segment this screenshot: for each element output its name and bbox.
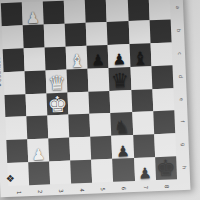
file-label: g bbox=[172, 143, 195, 147]
white-bishop: ♝ bbox=[69, 51, 86, 69]
square-e7 bbox=[131, 89, 153, 113]
square-a6 bbox=[106, 0, 128, 22]
square-d4 bbox=[67, 68, 89, 92]
square-d1 bbox=[4, 71, 26, 95]
square-c7: ♝ bbox=[129, 43, 151, 67]
square-a8 bbox=[148, 0, 170, 20]
square-g2: ♟ bbox=[27, 139, 49, 163]
square-g6: ♟ bbox=[112, 135, 134, 159]
square-b5 bbox=[86, 22, 108, 46]
black-pawn: ♟ bbox=[112, 53, 126, 68]
square-f1 bbox=[5, 117, 27, 141]
file-label: e bbox=[170, 97, 193, 101]
square-e5 bbox=[89, 90, 111, 114]
rank-label: 3 bbox=[58, 180, 65, 200]
file-label: d bbox=[169, 74, 192, 78]
square-c2 bbox=[24, 47, 46, 71]
square-g4 bbox=[70, 137, 92, 161]
square-e3: ♚ bbox=[47, 92, 69, 116]
white-king: ♚ bbox=[47, 94, 68, 116]
bottom-rank-labels: 12345678 bbox=[8, 183, 177, 196]
square-b3 bbox=[44, 24, 66, 48]
square-c4: ♝ bbox=[66, 46, 88, 70]
rank-label: 4 bbox=[79, 179, 86, 200]
white-queen: ♛ bbox=[47, 73, 66, 93]
square-d5 bbox=[88, 68, 110, 92]
black-knight: ♞ bbox=[114, 118, 131, 136]
chessboard-photo: ❖USCHESS ab ♟♝♟♟♝♛♛♚♞♟♟♟♚ 12345678 abcde… bbox=[0, 0, 200, 200]
file-label: c bbox=[168, 51, 191, 55]
square-c6: ♟ bbox=[108, 44, 130, 68]
right-file-labels: abcdefgh bbox=[176, 0, 187, 179]
square-c1 bbox=[3, 48, 25, 72]
square-g3 bbox=[48, 138, 70, 162]
us-chess-logo-icon: ❖ bbox=[6, 173, 15, 184]
black-pawn: ♟ bbox=[116, 144, 130, 159]
square-a7 bbox=[127, 0, 149, 21]
square-d2 bbox=[25, 70, 47, 94]
square-f6: ♞ bbox=[111, 112, 133, 136]
square-f7 bbox=[132, 112, 154, 136]
square-f2 bbox=[27, 116, 49, 140]
square-b2 bbox=[23, 24, 45, 48]
white-pawn: ♟ bbox=[32, 148, 46, 163]
square-e2 bbox=[26, 93, 48, 117]
black-pawn: ♟ bbox=[91, 53, 105, 68]
black-queen: ♛ bbox=[111, 71, 130, 91]
white-pawn: ♟ bbox=[26, 10, 40, 25]
square-a4 bbox=[64, 0, 86, 24]
square-f4 bbox=[69, 114, 91, 138]
file-label: f bbox=[171, 120, 194, 124]
us-chess-mini-logo-icon: ❖ bbox=[0, 82, 2, 88]
square-d7 bbox=[130, 66, 152, 90]
square-a5 bbox=[85, 0, 107, 23]
square-e4 bbox=[68, 91, 90, 115]
square-c5: ♟ bbox=[87, 45, 109, 69]
us-chess-brand-text: USCHESS bbox=[0, 56, 1, 82]
file-label: a bbox=[167, 5, 190, 9]
file-label: h bbox=[173, 165, 196, 169]
square-a3 bbox=[43, 1, 65, 25]
square-f3 bbox=[48, 115, 70, 139]
square-a2: ♟ bbox=[22, 2, 44, 26]
chess-board: ❖USCHESS ab ♟♝♟♟♝♛♛♚♞♟♟♟♚ 12345678 abcde… bbox=[0, 0, 190, 197]
square-b7 bbox=[128, 20, 150, 44]
square-g7 bbox=[133, 135, 155, 159]
square-e1 bbox=[5, 94, 27, 118]
file-label: b bbox=[167, 28, 190, 32]
rank-label: 2 bbox=[37, 181, 44, 200]
square-d6: ♛ bbox=[109, 67, 131, 91]
rank-label: 8 bbox=[163, 176, 170, 197]
square-g1 bbox=[6, 140, 28, 164]
rank-label: 1 bbox=[16, 182, 23, 200]
square-c3 bbox=[45, 46, 67, 70]
board-grid: ♟♝♟♟♝♛♛♚♞♟♟♟♚ bbox=[1, 0, 177, 186]
rank-label: 7 bbox=[142, 177, 149, 198]
square-b4 bbox=[65, 23, 87, 47]
square-e6 bbox=[110, 90, 132, 114]
square-g5 bbox=[91, 136, 113, 160]
square-b6 bbox=[107, 21, 129, 45]
square-f5 bbox=[90, 113, 112, 137]
square-d3: ♛ bbox=[46, 69, 68, 93]
us-chess-branding: ❖USCHESS bbox=[0, 56, 2, 87]
black-bishop: ♝ bbox=[132, 49, 149, 67]
